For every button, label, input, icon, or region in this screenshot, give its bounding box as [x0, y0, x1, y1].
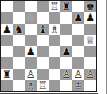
square-f4[interactable]: ♟ [60, 46, 72, 57]
square-c7[interactable]: ♘ [25, 12, 37, 23]
square-b2[interactable] [13, 69, 25, 80]
square-e5[interactable] [49, 35, 61, 46]
square-b1[interactable] [13, 80, 25, 91]
white-bishop: ♗ [25, 80, 37, 91]
square-a5[interactable] [1, 35, 13, 46]
white-pawn: ♙ [84, 69, 96, 80]
square-e6[interactable]: ♗ [49, 24, 61, 35]
black-knight: ♞ [13, 24, 25, 35]
chess-board: ♖♜♚♘♟♟♟♞♝♗♕♟♟♜♙♙♙♙♗♖♔ [0, 0, 97, 92]
square-c6[interactable] [25, 24, 37, 35]
square-h4[interactable] [84, 46, 96, 57]
square-c4[interactable]: ♟ [25, 46, 37, 57]
square-b3[interactable] [13, 57, 25, 68]
square-d7[interactable] [37, 12, 49, 23]
square-h7[interactable]: ♟ [84, 12, 96, 23]
square-d5[interactable] [37, 35, 49, 46]
white-rook: ♖ [49, 1, 61, 12]
square-e4[interactable] [49, 46, 61, 57]
white-rook: ♖ [37, 80, 49, 91]
white-king: ♔ [72, 80, 84, 91]
chess-diagram: ♖♜♚♘♟♟♟♞♝♗♕♟♟♜♙♙♙♙♗♖♔ [0, 0, 108, 94]
square-c1[interactable]: ♗ [25, 80, 37, 91]
square-e3[interactable] [49, 57, 61, 68]
square-a6[interactable]: ♟ [1, 24, 13, 35]
black-bishop: ♝ [37, 24, 49, 35]
square-g4[interactable] [72, 46, 84, 57]
square-d3[interactable] [37, 57, 49, 68]
black-pawn: ♟ [84, 12, 96, 23]
square-h5[interactable]: ♕ [84, 35, 96, 46]
square-h1[interactable] [84, 80, 96, 91]
square-b5[interactable] [13, 35, 25, 46]
black-pawn: ♟ [25, 46, 37, 57]
square-b6[interactable]: ♞ [13, 24, 25, 35]
black-rook: ♜ [60, 1, 72, 12]
board-bottom-border [0, 93, 98, 94]
square-d6[interactable]: ♝ [37, 24, 49, 35]
white-knight: ♘ [25, 12, 37, 23]
square-d4[interactable] [37, 46, 49, 57]
square-g6[interactable] [72, 24, 84, 35]
square-a7[interactable] [1, 12, 13, 23]
square-f8[interactable]: ♜ [60, 1, 72, 12]
square-e2[interactable] [49, 69, 61, 80]
square-e1[interactable] [49, 80, 61, 91]
square-f1[interactable] [60, 80, 72, 91]
white-bishop: ♗ [49, 24, 61, 35]
square-d1[interactable]: ♖ [37, 80, 49, 91]
black-pawn: ♟ [60, 46, 72, 57]
window-frame-right-edge [106, 0, 107, 94]
square-f7[interactable] [60, 12, 72, 23]
square-e8[interactable]: ♖ [49, 1, 61, 12]
square-g1[interactable]: ♔ [72, 80, 84, 91]
square-e7[interactable] [49, 12, 61, 23]
square-g5[interactable] [72, 35, 84, 46]
square-g7[interactable]: ♟ [72, 12, 84, 23]
square-a2[interactable]: ♜ [1, 69, 13, 80]
square-b8[interactable] [13, 1, 25, 12]
square-a4[interactable] [1, 46, 13, 57]
black-pawn: ♟ [1, 24, 13, 35]
white-pawn: ♙ [60, 69, 72, 80]
black-pawn: ♟ [72, 12, 84, 23]
black-rook: ♜ [1, 69, 13, 80]
square-f2[interactable]: ♙ [60, 69, 72, 80]
white-queen: ♕ [84, 35, 96, 46]
square-f6[interactable] [60, 24, 72, 35]
square-a1[interactable] [1, 80, 13, 91]
square-b4[interactable] [13, 46, 25, 57]
square-a8[interactable] [1, 1, 13, 12]
square-h2[interactable]: ♙ [84, 69, 96, 80]
square-b7[interactable] [13, 12, 25, 23]
square-d8[interactable] [37, 1, 49, 12]
